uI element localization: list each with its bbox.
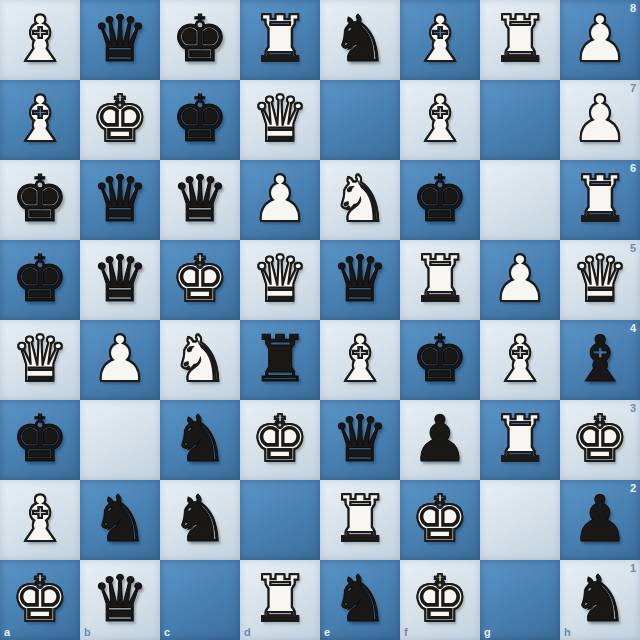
square-d4[interactable]: ♜ — [240, 320, 320, 400]
square-a8[interactable]: ♝ — [0, 0, 80, 80]
square-f2[interactable]: ♚ — [400, 480, 480, 560]
square-g2[interactable] — [480, 480, 560, 560]
piece-white-queen[interactable]: ♛ — [240, 240, 320, 320]
square-b6[interactable]: ♛ — [80, 160, 160, 240]
piece-white-pawn[interactable]: ♟ — [560, 80, 640, 160]
square-b3[interactable] — [80, 400, 160, 480]
piece-black-queen[interactable]: ♛ — [80, 160, 160, 240]
piece-white-king[interactable]: ♚ — [400, 560, 480, 640]
square-b5[interactable]: ♛ — [80, 240, 160, 320]
piece-white-knight[interactable]: ♞ — [160, 320, 240, 400]
square-h2[interactable]: ♟2 — [560, 480, 640, 560]
square-c4[interactable]: ♞ — [160, 320, 240, 400]
square-a2[interactable]: ♝ — [0, 480, 80, 560]
piece-black-king[interactable]: ♚ — [160, 80, 240, 160]
square-e2[interactable]: ♜ — [320, 480, 400, 560]
square-e6[interactable]: ♞ — [320, 160, 400, 240]
piece-white-rook[interactable]: ♜ — [320, 480, 400, 560]
piece-black-king[interactable]: ♚ — [0, 400, 80, 480]
piece-black-knight[interactable]: ♞ — [320, 0, 400, 80]
square-d8[interactable]: ♜ — [240, 0, 320, 80]
square-d1[interactable]: ♜d — [240, 560, 320, 640]
piece-white-pawn[interactable]: ♟ — [240, 160, 320, 240]
piece-black-knight[interactable]: ♞ — [160, 400, 240, 480]
piece-white-king[interactable]: ♚ — [160, 240, 240, 320]
piece-white-pawn[interactable]: ♟ — [80, 320, 160, 400]
piece-black-queen[interactable]: ♛ — [320, 240, 400, 320]
square-a5[interactable]: ♚ — [0, 240, 80, 320]
piece-black-queen[interactable]: ♛ — [160, 160, 240, 240]
piece-white-pawn[interactable]: ♟ — [560, 0, 640, 80]
piece-black-queen[interactable]: ♛ — [80, 560, 160, 640]
square-a3[interactable]: ♚ — [0, 400, 80, 480]
piece-white-king[interactable]: ♚ — [240, 400, 320, 480]
piece-white-king[interactable]: ♚ — [400, 480, 480, 560]
piece-black-bishop[interactable]: ♝ — [560, 320, 640, 400]
square-g5[interactable]: ♟ — [480, 240, 560, 320]
piece-white-bishop[interactable]: ♝ — [480, 320, 560, 400]
file-label-c: c — [164, 626, 170, 638]
piece-black-rook[interactable]: ♜ — [240, 320, 320, 400]
piece-white-king[interactable]: ♚ — [0, 560, 80, 640]
square-f8[interactable]: ♝ — [400, 0, 480, 80]
square-c7[interactable]: ♚ — [160, 80, 240, 160]
piece-white-bishop[interactable]: ♝ — [320, 320, 400, 400]
square-c5[interactable]: ♚ — [160, 240, 240, 320]
square-b2[interactable]: ♞ — [80, 480, 160, 560]
square-h8[interactable]: ♟8 — [560, 0, 640, 80]
piece-white-knight[interactable]: ♞ — [320, 160, 400, 240]
piece-black-king[interactable]: ♚ — [400, 320, 480, 400]
square-b7[interactable]: ♚ — [80, 80, 160, 160]
piece-black-knight[interactable]: ♞ — [80, 480, 160, 560]
piece-black-pawn[interactable]: ♟ — [400, 400, 480, 480]
square-d7[interactable]: ♛ — [240, 80, 320, 160]
piece-black-knight[interactable]: ♞ — [320, 560, 400, 640]
square-h3[interactable]: ♚3 — [560, 400, 640, 480]
piece-black-king[interactable]: ♚ — [160, 0, 240, 80]
square-e7[interactable] — [320, 80, 400, 160]
square-b4[interactable]: ♟ — [80, 320, 160, 400]
piece-white-queen[interactable]: ♛ — [240, 80, 320, 160]
square-e1[interactable]: ♞e — [320, 560, 400, 640]
square-c2[interactable]: ♞ — [160, 480, 240, 560]
square-b8[interactable]: ♛ — [80, 0, 160, 80]
piece-black-knight[interactable]: ♞ — [560, 560, 640, 640]
square-g3[interactable]: ♜ — [480, 400, 560, 480]
square-h4[interactable]: ♝4 — [560, 320, 640, 400]
piece-black-queen[interactable]: ♛ — [320, 400, 400, 480]
square-f3[interactable]: ♟ — [400, 400, 480, 480]
piece-white-bishop[interactable]: ♝ — [0, 0, 80, 80]
piece-black-queen[interactable]: ♛ — [80, 240, 160, 320]
square-g4[interactable]: ♝ — [480, 320, 560, 400]
square-e5[interactable]: ♛ — [320, 240, 400, 320]
piece-white-pawn[interactable]: ♟ — [480, 240, 560, 320]
chess-board: ♝♛♚♜♞♝♜♟8♝♚♚♛♝♟7♚♛♛♟♞♚♜6♚♛♚♛♛♜♟♛5♛♟♞♜♝♚♝… — [0, 0, 640, 640]
piece-white-queen[interactable]: ♛ — [560, 240, 640, 320]
square-e4[interactable]: ♝ — [320, 320, 400, 400]
square-h7[interactable]: ♟7 — [560, 80, 640, 160]
square-g1[interactable]: g — [480, 560, 560, 640]
piece-white-king[interactable]: ♚ — [560, 400, 640, 480]
square-a1[interactable]: ♚a — [0, 560, 80, 640]
square-a4[interactable]: ♛ — [0, 320, 80, 400]
square-e8[interactable]: ♞ — [320, 0, 400, 80]
square-g7[interactable] — [480, 80, 560, 160]
square-f4[interactable]: ♚ — [400, 320, 480, 400]
square-c6[interactable]: ♛ — [160, 160, 240, 240]
square-b1[interactable]: ♛b — [80, 560, 160, 640]
square-a7[interactable]: ♝ — [0, 80, 80, 160]
piece-black-king[interactable]: ♚ — [0, 240, 80, 320]
piece-white-rook[interactable]: ♜ — [400, 240, 480, 320]
square-c1[interactable]: c — [160, 560, 240, 640]
piece-black-queen[interactable]: ♛ — [80, 0, 160, 80]
square-h5[interactable]: ♛5 — [560, 240, 640, 320]
piece-black-king[interactable]: ♚ — [0, 160, 80, 240]
square-d5[interactable]: ♛ — [240, 240, 320, 320]
square-d6[interactable]: ♟ — [240, 160, 320, 240]
piece-white-rook[interactable]: ♜ — [480, 0, 560, 80]
square-g6[interactable] — [480, 160, 560, 240]
square-e3[interactable]: ♛ — [320, 400, 400, 480]
square-f6[interactable]: ♚ — [400, 160, 480, 240]
square-d3[interactable]: ♚ — [240, 400, 320, 480]
square-c3[interactable]: ♞ — [160, 400, 240, 480]
piece-white-rook[interactable]: ♜ — [240, 0, 320, 80]
piece-white-king[interactable]: ♚ — [80, 80, 160, 160]
square-f5[interactable]: ♜ — [400, 240, 480, 320]
square-h1[interactable]: ♞1h — [560, 560, 640, 640]
piece-white-bishop[interactable]: ♝ — [400, 80, 480, 160]
piece-white-rook[interactable]: ♜ — [480, 400, 560, 480]
file-label-g: g — [484, 626, 491, 638]
piece-black-knight[interactable]: ♞ — [160, 480, 240, 560]
piece-white-bishop[interactable]: ♝ — [0, 480, 80, 560]
square-f1[interactable]: ♚f — [400, 560, 480, 640]
piece-black-pawn[interactable]: ♟ — [560, 480, 640, 560]
square-f7[interactable]: ♝ — [400, 80, 480, 160]
square-g8[interactable]: ♜ — [480, 0, 560, 80]
piece-white-bishop[interactable]: ♝ — [0, 80, 80, 160]
piece-white-queen[interactable]: ♛ — [0, 320, 80, 400]
piece-white-rook[interactable]: ♜ — [240, 560, 320, 640]
piece-white-rook[interactable]: ♜ — [560, 160, 640, 240]
square-h6[interactable]: ♜6 — [560, 160, 640, 240]
piece-white-bishop[interactable]: ♝ — [400, 0, 480, 80]
square-a6[interactable]: ♚ — [0, 160, 80, 240]
square-c8[interactable]: ♚ — [160, 0, 240, 80]
square-d2[interactable] — [240, 480, 320, 560]
piece-black-king[interactable]: ♚ — [400, 160, 480, 240]
